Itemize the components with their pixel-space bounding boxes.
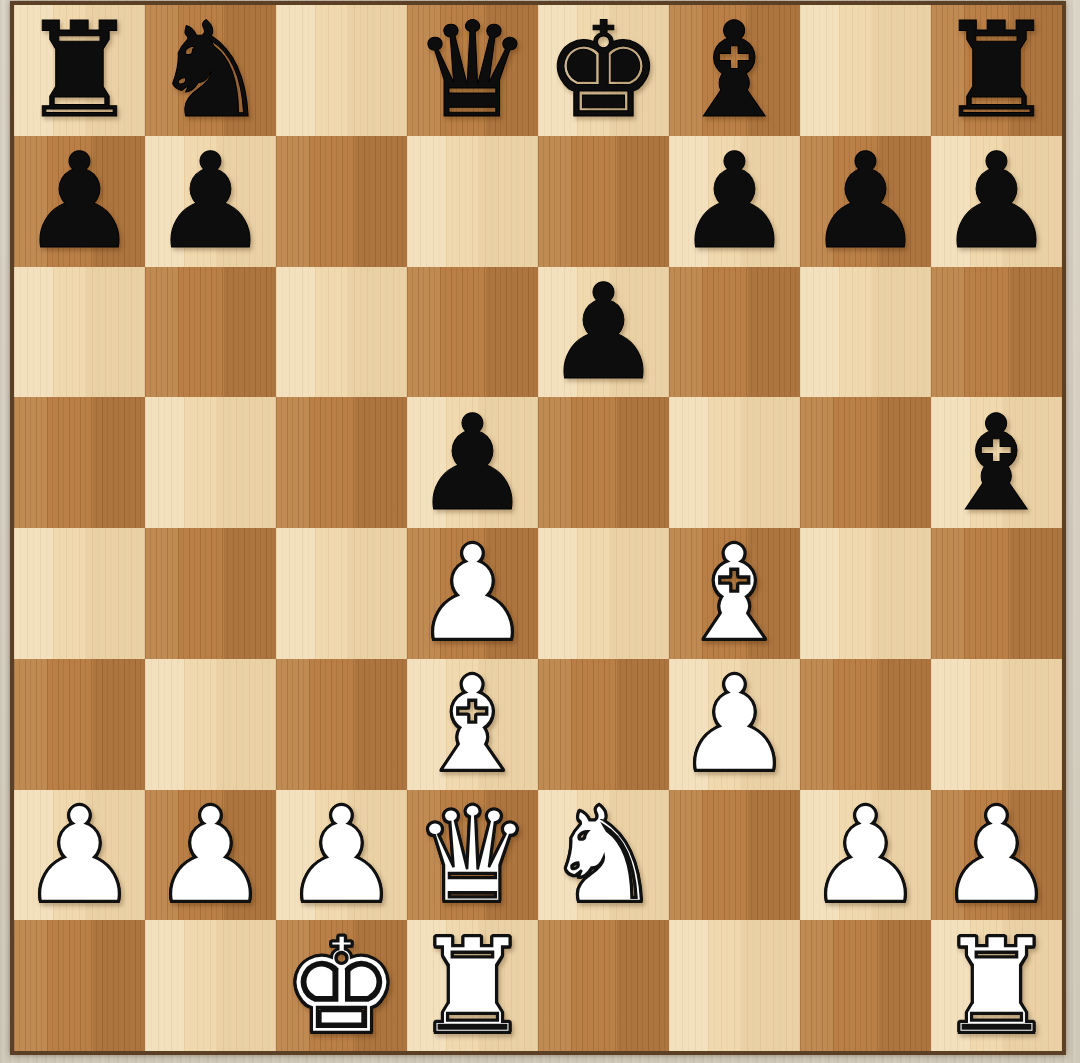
square-h5[interactable]: ♝ <box>931 397 1062 528</box>
square-c5[interactable] <box>276 397 407 528</box>
piece-white-rook-d1[interactable]: ♜ <box>413 920 531 1051</box>
square-a1[interactable] <box>14 920 145 1051</box>
square-a5[interactable] <box>14 397 145 528</box>
piece-white-pawn-h2[interactable]: ♟ <box>937 790 1055 921</box>
square-e3[interactable] <box>538 659 669 790</box>
square-e8[interactable]: ♚ <box>538 5 669 136</box>
piece-black-pawn-h7[interactable]: ♟ <box>937 136 1055 267</box>
piece-black-rook-h8[interactable]: ♜ <box>937 5 1055 136</box>
piece-white-pawn-a2[interactable]: ♟ <box>20 790 138 921</box>
chess-board: ♜♞♛♚♝♜♟♟♟♟♟♟♟♝♟♝♝♟♟♟♟♛♞♟♟♚♜♜ <box>14 5 1062 1051</box>
piece-white-pawn-c2[interactable]: ♟ <box>282 790 400 921</box>
square-b4[interactable] <box>145 528 276 659</box>
piece-white-knight-e2[interactable]: ♞ <box>544 790 662 921</box>
piece-black-queen-d8[interactable]: ♛ <box>413 5 531 136</box>
square-b6[interactable] <box>145 267 276 398</box>
square-c2[interactable]: ♟ <box>276 790 407 921</box>
square-g5[interactable] <box>800 397 931 528</box>
square-b1[interactable] <box>145 920 276 1051</box>
piece-white-rook-h1[interactable]: ♜ <box>937 920 1055 1051</box>
square-g1[interactable] <box>800 920 931 1051</box>
piece-black-pawn-e6[interactable]: ♟ <box>544 267 662 398</box>
square-e6[interactable]: ♟ <box>538 267 669 398</box>
square-h7[interactable]: ♟ <box>931 136 1062 267</box>
square-b3[interactable] <box>145 659 276 790</box>
piece-white-pawn-f3[interactable]: ♟ <box>675 659 793 790</box>
piece-black-pawn-f7[interactable]: ♟ <box>675 136 793 267</box>
square-g4[interactable] <box>800 528 931 659</box>
square-f1[interactable] <box>669 920 800 1051</box>
square-c7[interactable] <box>276 136 407 267</box>
piece-black-pawn-g7[interactable]: ♟ <box>806 136 924 267</box>
piece-white-bishop-d3[interactable]: ♝ <box>413 659 531 790</box>
square-e5[interactable] <box>538 397 669 528</box>
square-b5[interactable] <box>145 397 276 528</box>
square-c8[interactable] <box>276 5 407 136</box>
piece-black-bishop-h5[interactable]: ♝ <box>937 397 1055 528</box>
square-b7[interactable]: ♟ <box>145 136 276 267</box>
square-f4[interactable]: ♝ <box>669 528 800 659</box>
square-b2[interactable]: ♟ <box>145 790 276 921</box>
piece-white-queen-d2[interactable]: ♛ <box>413 790 531 921</box>
square-d5[interactable]: ♟ <box>407 397 538 528</box>
piece-black-bishop-f8[interactable]: ♝ <box>675 5 793 136</box>
piece-white-pawn-g2[interactable]: ♟ <box>806 790 924 921</box>
square-a4[interactable] <box>14 528 145 659</box>
square-h1[interactable]: ♜ <box>931 920 1062 1051</box>
square-c1[interactable]: ♚ <box>276 920 407 1051</box>
square-e2[interactable]: ♞ <box>538 790 669 921</box>
piece-black-king-e8[interactable]: ♚ <box>544 5 662 136</box>
square-c6[interactable] <box>276 267 407 398</box>
square-f6[interactable] <box>669 267 800 398</box>
square-g3[interactable] <box>800 659 931 790</box>
square-h4[interactable] <box>931 528 1062 659</box>
square-f8[interactable]: ♝ <box>669 5 800 136</box>
square-c3[interactable] <box>276 659 407 790</box>
square-h2[interactable]: ♟ <box>931 790 1062 921</box>
piece-black-rook-a8[interactable]: ♜ <box>20 5 138 136</box>
square-f7[interactable]: ♟ <box>669 136 800 267</box>
piece-white-bishop-f4[interactable]: ♝ <box>675 528 793 659</box>
square-g8[interactable] <box>800 5 931 136</box>
square-g2[interactable]: ♟ <box>800 790 931 921</box>
chess-board-frame: ♜♞♛♚♝♜♟♟♟♟♟♟♟♝♟♝♝♟♟♟♟♛♞♟♟♚♜♜ <box>10 1 1066 1055</box>
piece-white-pawn-d4[interactable]: ♟ <box>413 528 531 659</box>
square-f5[interactable] <box>669 397 800 528</box>
square-b8[interactable]: ♞ <box>145 5 276 136</box>
piece-black-knight-b8[interactable]: ♞ <box>151 5 269 136</box>
square-g7[interactable]: ♟ <box>800 136 931 267</box>
piece-white-pawn-b2[interactable]: ♟ <box>151 790 269 921</box>
square-f2[interactable] <box>669 790 800 921</box>
piece-white-king-c1[interactable]: ♚ <box>282 920 400 1051</box>
square-e1[interactable] <box>538 920 669 1051</box>
square-d4[interactable]: ♟ <box>407 528 538 659</box>
square-e7[interactable] <box>538 136 669 267</box>
square-a8[interactable]: ♜ <box>14 5 145 136</box>
square-d8[interactable]: ♛ <box>407 5 538 136</box>
square-g6[interactable] <box>800 267 931 398</box>
square-f3[interactable]: ♟ <box>669 659 800 790</box>
square-a6[interactable] <box>14 267 145 398</box>
square-h3[interactable] <box>931 659 1062 790</box>
square-d2[interactable]: ♛ <box>407 790 538 921</box>
square-d6[interactable] <box>407 267 538 398</box>
piece-black-pawn-b7[interactable]: ♟ <box>151 136 269 267</box>
piece-black-pawn-d5[interactable]: ♟ <box>413 397 531 528</box>
square-d1[interactable]: ♜ <box>407 920 538 1051</box>
square-a2[interactable]: ♟ <box>14 790 145 921</box>
square-h6[interactable] <box>931 267 1062 398</box>
piece-black-pawn-a7[interactable]: ♟ <box>20 136 138 267</box>
square-e4[interactable] <box>538 528 669 659</box>
square-c4[interactable] <box>276 528 407 659</box>
square-d3[interactable]: ♝ <box>407 659 538 790</box>
square-a3[interactable] <box>14 659 145 790</box>
square-d7[interactable] <box>407 136 538 267</box>
square-h8[interactable]: ♜ <box>931 5 1062 136</box>
square-a7[interactable]: ♟ <box>14 136 145 267</box>
